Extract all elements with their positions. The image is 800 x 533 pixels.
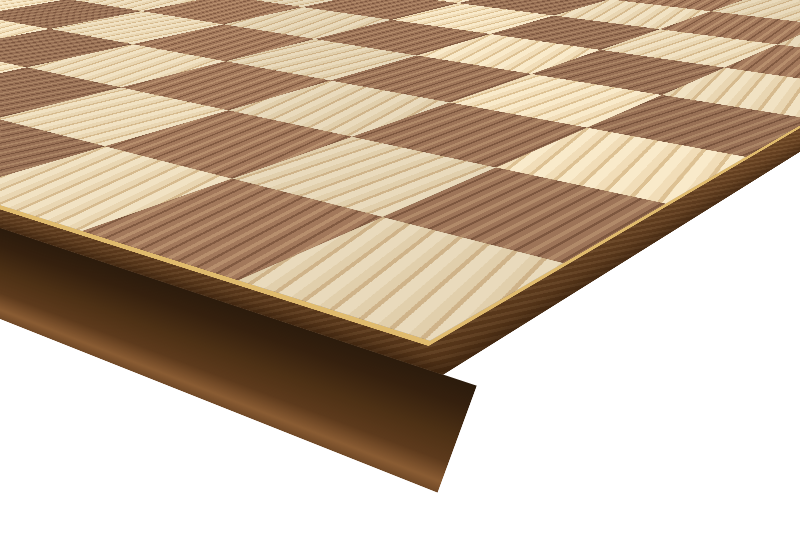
- chessboard-product-photo: [0, 0, 800, 533]
- perspective-wrapper: [0, 0, 800, 533]
